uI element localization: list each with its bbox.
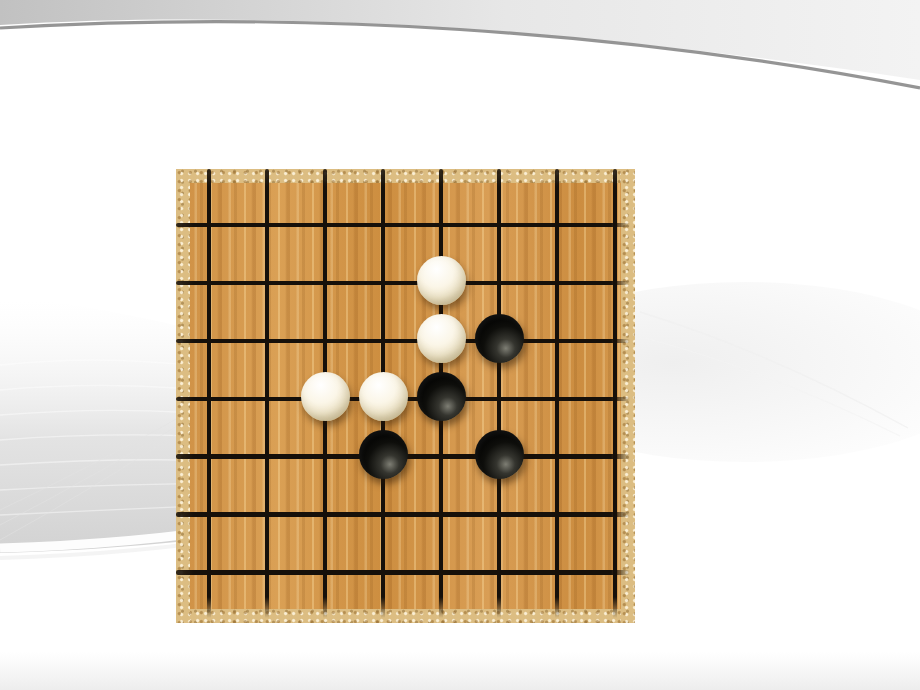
slide-background: [0, 0, 920, 690]
top-curve-band: [0, 0, 920, 80]
black-stone: [475, 314, 524, 363]
white-stone: [301, 372, 350, 421]
board-border-top: [176, 169, 635, 183]
grid-horizontal-line: [176, 512, 635, 516]
white-stone: [359, 372, 408, 421]
white-stone: [417, 314, 466, 363]
grid-horizontal-line: [176, 281, 635, 285]
black-stone: [417, 372, 466, 421]
grid-horizontal-line: [176, 223, 635, 227]
black-stone: [359, 430, 408, 479]
grid-horizontal-line: [176, 570, 635, 574]
white-stone: [417, 256, 466, 305]
black-stone: [475, 430, 524, 479]
go-board-image[interactable]: [176, 169, 635, 623]
bottom-fade: [0, 652, 920, 690]
board-border-bottom: [176, 609, 635, 623]
grid-horizontal-line: [176, 339, 635, 343]
